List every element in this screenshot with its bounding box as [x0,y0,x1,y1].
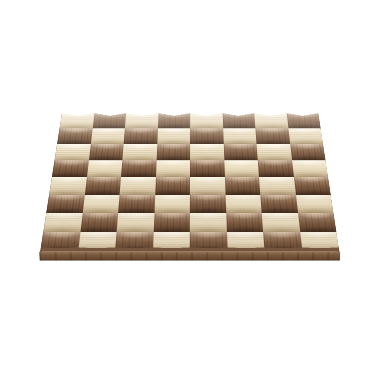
square-h8[interactable] [286,113,320,128]
square-f8[interactable] [222,113,255,128]
square-e8[interactable] [190,113,223,128]
square-c8[interactable] [125,113,158,128]
square-c3[interactable] [118,195,155,213]
square-a3[interactable] [46,195,84,213]
square-g1[interactable] [263,232,302,252]
square-e6[interactable] [190,144,224,160]
square-a8[interactable] [60,113,94,128]
square-c1[interactable] [115,232,153,252]
square-d4[interactable] [155,177,190,195]
perspective-scene [0,0,380,380]
square-a7[interactable] [57,128,92,144]
square-d5[interactable] [156,160,191,177]
chessboard [40,113,339,252]
square-c4[interactable] [120,177,156,195]
square-f2[interactable] [226,213,263,232]
photo-background [0,0,380,380]
square-d2[interactable] [153,213,190,232]
square-a5[interactable] [52,160,89,177]
square-b5[interactable] [87,160,123,177]
square-d3[interactable] [154,195,190,213]
square-a6[interactable] [55,144,91,160]
square-d1[interactable] [152,232,189,252]
square-b3[interactable] [82,195,119,213]
square-f1[interactable] [226,232,264,252]
square-b4[interactable] [84,177,121,195]
square-c7[interactable] [124,128,158,144]
square-h4[interactable] [294,177,331,195]
square-b7[interactable] [90,128,124,144]
square-h7[interactable] [288,128,323,144]
square-h1[interactable] [300,232,340,252]
square-f7[interactable] [223,128,257,144]
square-h6[interactable] [290,144,326,160]
square-f6[interactable] [223,144,257,160]
square-h3[interactable] [295,195,333,213]
square-c5[interactable] [121,160,156,177]
square-g5[interactable] [258,160,294,177]
square-c6[interactable] [122,144,157,160]
square-b2[interactable] [80,213,118,232]
square-f4[interactable] [225,177,261,195]
square-e5[interactable] [190,160,225,177]
square-g8[interactable] [254,113,288,128]
square-b8[interactable] [92,113,126,128]
square-a4[interactable] [49,177,86,195]
square-f5[interactable] [224,160,259,177]
square-g4[interactable] [259,177,295,195]
square-c2[interactable] [117,213,154,232]
square-e3[interactable] [190,195,226,213]
square-e1[interactable] [190,232,227,252]
square-d7[interactable] [157,128,190,144]
square-a2[interactable] [43,213,82,232]
square-g2[interactable] [262,213,300,232]
board-surface [40,113,339,252]
square-a1[interactable] [40,232,80,252]
square-e4[interactable] [190,177,225,195]
board-grid [40,113,339,252]
square-h5[interactable] [292,160,328,177]
square-g6[interactable] [257,144,292,160]
square-d6[interactable] [156,144,190,160]
square-b1[interactable] [78,232,117,252]
square-f3[interactable] [225,195,262,213]
square-b6[interactable] [89,144,124,160]
square-d8[interactable] [158,113,191,128]
board-front-edge [39,252,340,261]
square-e2[interactable] [190,213,227,232]
square-e7[interactable] [190,128,223,144]
square-h2[interactable] [298,213,337,232]
square-g7[interactable] [255,128,289,144]
square-g3[interactable] [260,195,297,213]
